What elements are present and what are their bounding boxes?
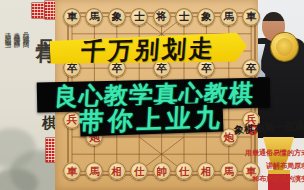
xiangqi-piece: 卒: [242, 59, 260, 77]
board-cell: 馬: [83, 163, 105, 180]
xiangqi-piece: 仕: [175, 162, 193, 180]
board-cell: 仕: [173, 163, 195, 180]
xiangqi-piece: 馬: [85, 162, 103, 180]
xiangqi-piece: 象: [197, 8, 215, 26]
board-cell: 相: [106, 163, 128, 180]
board-cell: 象: [195, 8, 217, 25]
board-cell: [128, 146, 150, 163]
tagline-line: 和布局定式的演变: [230, 173, 304, 186]
xiangqi-piece: 帥: [153, 162, 171, 180]
calligraphy-title: 丹青: [36, 22, 57, 28]
board-cell: 車: [61, 8, 83, 25]
board-cell: 馬: [83, 8, 105, 25]
tagline-line: 用最通俗易懂的方式: [230, 147, 304, 160]
board-cell: 卒: [195, 60, 217, 77]
calligraphy-column: 丹阳城高秋水阔: [22, 27, 30, 38]
board-cell: 将: [150, 8, 172, 25]
board-cell: [150, 146, 172, 163]
xiangqi-piece: 仕: [130, 162, 148, 180]
board-cell: 相: [195, 163, 217, 180]
board-cell: 車: [61, 163, 83, 180]
xiangqi-piece: 車: [63, 8, 81, 26]
board-cell: 帥: [150, 163, 172, 180]
channel-logo-text: 象棋布局一点通: [234, 120, 304, 136]
board-cell: 象: [106, 8, 128, 25]
video-thumbnail[interactable]: 丹青 棋 丹阳城高秋水阔 青峰烟深古雨静 诗庐回远山鸟至 車馬象士将士象馬車砲砲…: [0, 0, 304, 190]
xiangqi-piece: 車: [242, 8, 260, 26]
board-cell: 士: [173, 8, 195, 25]
gold-medallion-icon: [271, 33, 298, 61]
xiangqi-piece: 象: [108, 8, 126, 26]
subtitle-text-2: 带你上业九: [78, 100, 225, 138]
xiangqi-piece: 馬: [220, 8, 238, 26]
subtitle-banner-2: 带你上业九: [80, 103, 224, 137]
xiangqi-piece: 相: [197, 162, 215, 180]
tagline-line: 讲解布局原理: [230, 160, 304, 173]
board-cell: [83, 146, 105, 163]
board-cell: [61, 146, 83, 163]
channel-taglines: 用最通俗易懂的方式 讲解布局原理 和布局定式的演变: [230, 147, 304, 186]
xiangqi-piece: 士: [175, 8, 193, 26]
board-cell: [218, 60, 240, 77]
calligraphy-column: 青峰烟深古雨静: [13, 27, 21, 38]
board-cell: [106, 146, 128, 163]
board-cell: [240, 25, 262, 42]
xiangqi-piece: 馬: [85, 8, 103, 26]
board-cell: [173, 146, 195, 163]
xiangqi-piece: 士: [130, 8, 148, 26]
board-cell: 士: [128, 8, 150, 25]
xiangqi-piece: 将: [153, 8, 171, 26]
xiangqi-piece: 相: [108, 162, 126, 180]
calligraphy-column: 诗庐回远山鸟至: [4, 27, 12, 38]
seal-stamp-icon: [32, 3, 44, 18]
board-cell: 車: [240, 8, 262, 25]
xiangqi-piece: 車: [63, 162, 81, 180]
board-cell: 馬: [218, 8, 240, 25]
board-cell: [195, 146, 217, 163]
board-cell: 卒: [240, 60, 262, 77]
board-cell: 仕: [128, 163, 150, 180]
